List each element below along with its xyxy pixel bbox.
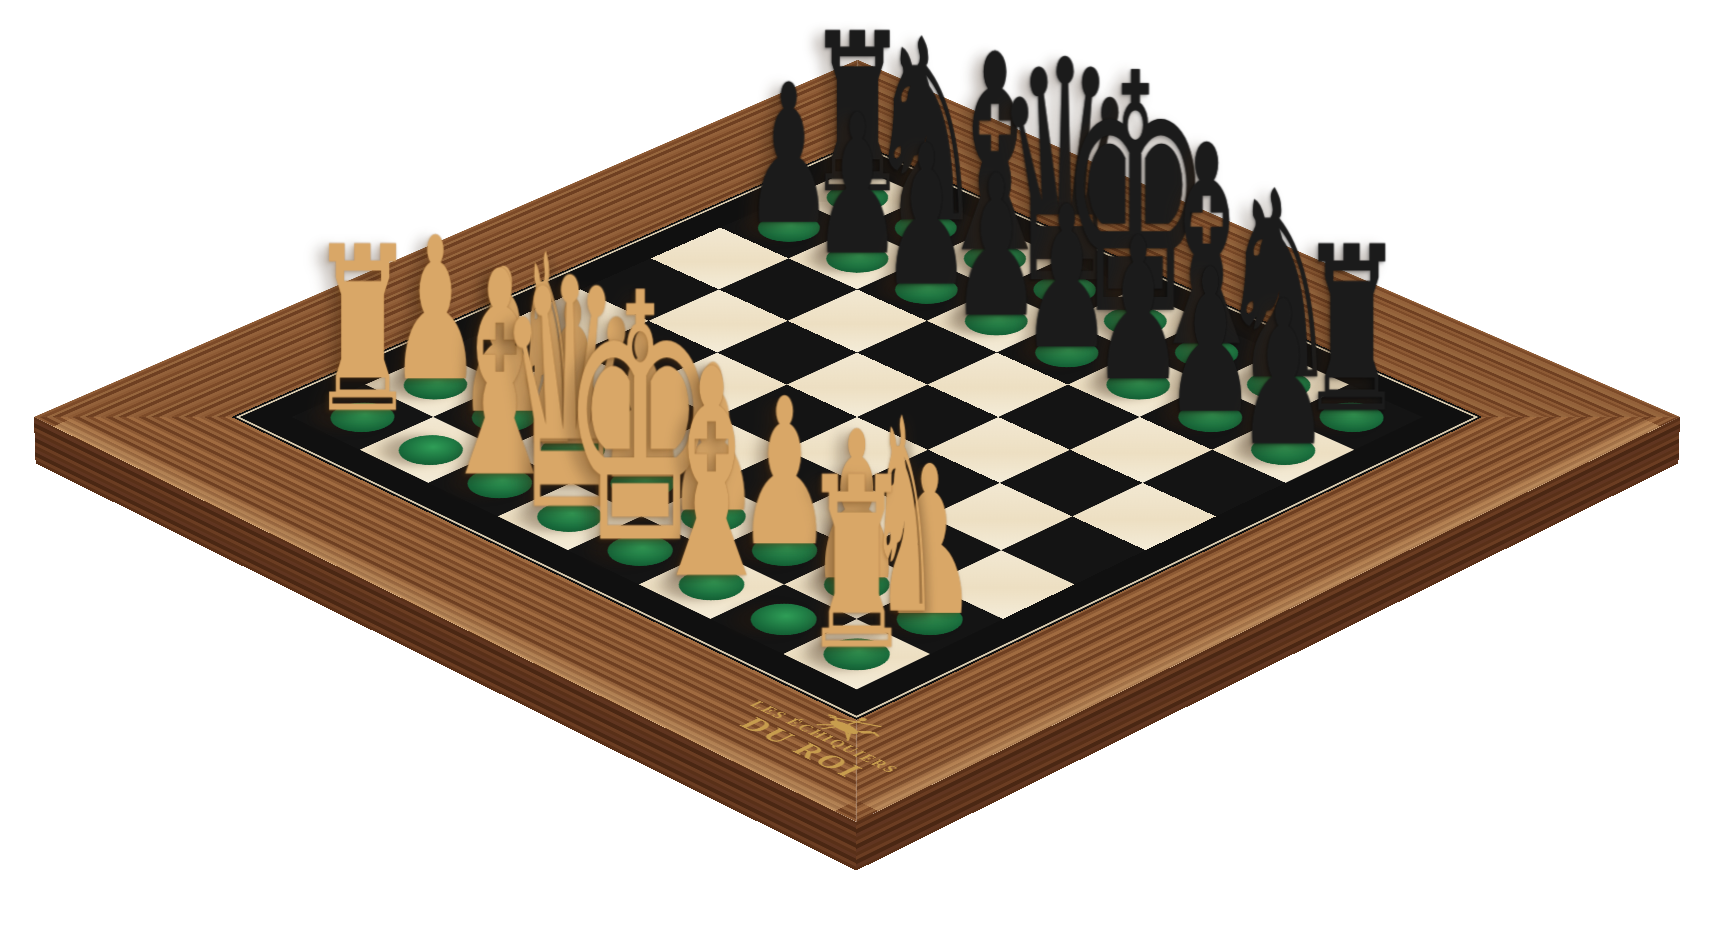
piece-black-pawn[interactable]: ♟ (1194, 274, 1373, 450)
square-h6[interactable] (1143, 450, 1286, 517)
piece-white-rook[interactable]: ♜ (750, 446, 962, 654)
square-h1[interactable]: ♜ (783, 619, 930, 689)
product-photo-stage: ♜♞♝♛♚♝♞♜♟♟♟♟♟♟♟♟♟♟♟♟♟♟♟♟♜♞♝♛♚♝♞♜ LES ÉCH… (0, 0, 1734, 944)
chess-board: ♜♞♝♛♚♝♞♜♟♟♟♟♟♟♟♟♟♟♟♟♟♟♟♟♜♞♝♛♚♝♞♜ LES ÉCH… (34, 60, 1680, 822)
